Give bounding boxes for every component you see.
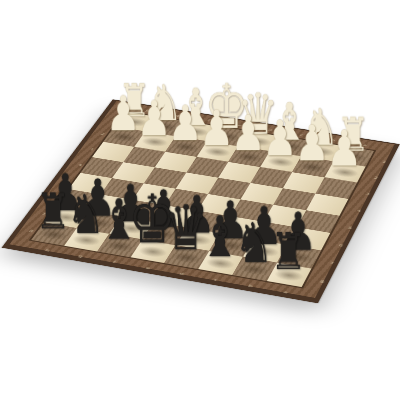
coord-file-b-near: b [248, 284, 254, 288]
coord-file-g-near: g [78, 254, 84, 258]
white-pawn[interactable]: ♟ [137, 95, 172, 143]
coord-rank-2-left: 2 [100, 132, 105, 135]
coord-rank-3-left: 3 [89, 148, 94, 151]
white-pawn[interactable]: ♟ [295, 119, 330, 168]
coord-rank-1-right: 1 [382, 160, 387, 163]
coord-rank-4-right: 4 [356, 209, 361, 213]
coord-file-d-near: d [179, 272, 185, 276]
coord-rank-6-right: 6 [338, 244, 343, 248]
black-rook[interactable]: ♜ [270, 225, 306, 276]
coord-file-a-near: a [283, 290, 289, 294]
white-pawn[interactable]: ♟ [263, 114, 298, 163]
chess-board: hhggffeeddccbbaa1122334455667788 ♜♞♝♚♛♝♞… [2, 99, 400, 303]
coord-rank-2-right: 2 [374, 176, 379, 179]
black-rook[interactable]: ♜ [35, 186, 70, 235]
white-pawn[interactable]: ♟ [106, 90, 140, 138]
coord-file-f-near: f [112, 260, 116, 264]
white-pawn[interactable]: ♟ [327, 124, 362, 173]
coord-rank-5-right: 5 [348, 226, 353, 230]
white-pawn[interactable]: ♟ [168, 99, 203, 147]
coord-rank-3-right: 3 [365, 192, 370, 196]
black-knight[interactable]: ♞ [234, 215, 273, 270]
coord-file-c-near: c [213, 278, 218, 282]
white-pawn[interactable]: ♟ [199, 104, 234, 153]
photo-scene: hhggffeeddccbbaa1122334455667788 ♜♞♝♚♛♝♞… [0, 0, 400, 400]
coord-file-h-near: h [45, 249, 51, 253]
coord-rank-7-right: 7 [329, 261, 335, 265]
coord-file-e-near: e [145, 266, 151, 270]
white-pawn[interactable]: ♟ [231, 109, 266, 158]
coord-rank-8-right: 8 [320, 280, 326, 284]
coord-rank-8-left: 8 [28, 229, 34, 233]
